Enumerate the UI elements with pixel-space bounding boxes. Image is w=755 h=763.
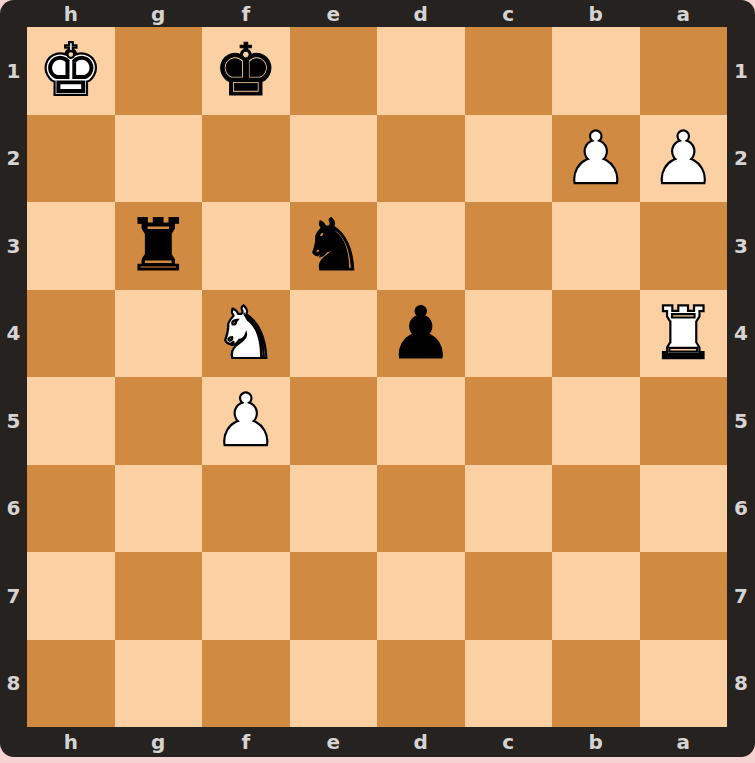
rank-label-right-4: 4 — [727, 290, 755, 378]
board-frame-corner — [727, 0, 755, 27]
square-a7[interactable] — [640, 552, 728, 640]
square-f6[interactable] — [202, 465, 290, 553]
square-d7[interactable] — [377, 552, 465, 640]
square-c7[interactable] — [465, 552, 553, 640]
square-h6[interactable] — [27, 465, 115, 553]
square-b6[interactable] — [552, 465, 640, 553]
square-g3[interactable]: ♜ — [115, 202, 203, 290]
square-f2[interactable] — [202, 115, 290, 203]
white-king-h1[interactable]: ♚ — [38, 27, 103, 114]
file-label-top-a: a — [640, 0, 728, 27]
square-e2[interactable] — [290, 115, 378, 203]
file-label-top-f: f — [202, 0, 290, 27]
rank-label-right-3: 3 — [727, 202, 755, 290]
rank-label-right-1: 1 — [727, 27, 755, 115]
file-label-top-e: e — [290, 0, 378, 27]
black-knight-e3[interactable]: ♞ — [301, 202, 366, 289]
square-d5[interactable] — [377, 377, 465, 465]
file-label-bottom-h: h — [27, 727, 115, 757]
square-e3[interactable]: ♞ — [290, 202, 378, 290]
rank-label-left-8: 8 — [0, 640, 27, 728]
white-knight-f4[interactable]: ♞ — [213, 290, 278, 377]
rank-label-right-8: 8 — [727, 640, 755, 728]
square-h5[interactable] — [27, 377, 115, 465]
square-e4[interactable] — [290, 290, 378, 378]
rank-label-left-3: 3 — [0, 202, 27, 290]
square-a2[interactable]: ♟ — [640, 115, 728, 203]
square-c8[interactable] — [465, 640, 553, 728]
board-frame-corner — [727, 727, 755, 757]
square-e6[interactable] — [290, 465, 378, 553]
square-h4[interactable] — [27, 290, 115, 378]
square-b8[interactable] — [552, 640, 640, 728]
square-b7[interactable] — [552, 552, 640, 640]
square-a8[interactable] — [640, 640, 728, 728]
file-label-bottom-f: f — [202, 727, 290, 757]
white-pawn-f5[interactable]: ♟ — [213, 377, 278, 464]
square-e8[interactable] — [290, 640, 378, 728]
square-b4[interactable] — [552, 290, 640, 378]
board-frame-corner — [0, 727, 27, 757]
square-g4[interactable] — [115, 290, 203, 378]
square-a1[interactable] — [640, 27, 728, 115]
square-f1[interactable]: ♚ — [202, 27, 290, 115]
square-g1[interactable] — [115, 27, 203, 115]
file-label-bottom-e: e — [290, 727, 378, 757]
black-rook-g3[interactable]: ♜ — [126, 202, 191, 289]
square-h8[interactable] — [27, 640, 115, 728]
square-d3[interactable] — [377, 202, 465, 290]
square-g2[interactable] — [115, 115, 203, 203]
square-h1[interactable]: ♚ — [27, 27, 115, 115]
square-g8[interactable] — [115, 640, 203, 728]
file-label-bottom-g: g — [115, 727, 203, 757]
file-label-top-g: g — [115, 0, 203, 27]
file-label-top-c: c — [465, 0, 553, 27]
square-a5[interactable] — [640, 377, 728, 465]
rank-label-right-2: 2 — [727, 115, 755, 203]
rank-label-left-1: 1 — [0, 27, 27, 115]
square-a6[interactable] — [640, 465, 728, 553]
square-c1[interactable] — [465, 27, 553, 115]
square-b5[interactable] — [552, 377, 640, 465]
square-h2[interactable] — [27, 115, 115, 203]
file-label-top-b: b — [552, 0, 640, 27]
square-c4[interactable] — [465, 290, 553, 378]
rank-label-left-7: 7 — [0, 552, 27, 640]
square-g5[interactable] — [115, 377, 203, 465]
rank-label-left-6: 6 — [0, 465, 27, 553]
rank-label-left-4: 4 — [0, 290, 27, 378]
square-g6[interactable] — [115, 465, 203, 553]
square-e5[interactable] — [290, 377, 378, 465]
square-e7[interactable] — [290, 552, 378, 640]
file-label-bottom-d: d — [377, 727, 465, 757]
square-d6[interactable] — [377, 465, 465, 553]
file-label-bottom-b: b — [552, 727, 640, 757]
square-b1[interactable] — [552, 27, 640, 115]
rank-label-right-7: 7 — [727, 552, 755, 640]
square-b2[interactable]: ♟ — [552, 115, 640, 203]
rank-label-left-5: 5 — [0, 377, 27, 465]
square-c3[interactable] — [465, 202, 553, 290]
file-label-bottom-a: a — [640, 727, 728, 757]
board-frame-corner — [0, 0, 27, 27]
square-h3[interactable] — [27, 202, 115, 290]
file-label-bottom-c: c — [465, 727, 553, 757]
rank-label-right-6: 6 — [727, 465, 755, 553]
file-label-top-d: d — [377, 0, 465, 27]
square-d4[interactable]: ♟ — [377, 290, 465, 378]
square-f8[interactable] — [202, 640, 290, 728]
square-d2[interactable] — [377, 115, 465, 203]
square-c6[interactable] — [465, 465, 553, 553]
square-h7[interactable] — [27, 552, 115, 640]
white-pawn-b2[interactable]: ♟ — [563, 115, 628, 202]
black-king-f1[interactable]: ♚ — [213, 27, 278, 114]
square-f5[interactable]: ♟ — [202, 377, 290, 465]
square-d1[interactable] — [377, 27, 465, 115]
rank-label-right-5: 5 — [727, 377, 755, 465]
square-a3[interactable] — [640, 202, 728, 290]
rank-label-left-2: 2 — [0, 115, 27, 203]
square-f4[interactable]: ♞ — [202, 290, 290, 378]
square-g7[interactable] — [115, 552, 203, 640]
file-label-top-h: h — [27, 0, 115, 27]
square-b3[interactable] — [552, 202, 640, 290]
square-f3[interactable] — [202, 202, 290, 290]
square-c5[interactable] — [465, 377, 553, 465]
white-rook-a4[interactable]: ♜ — [651, 290, 716, 377]
square-a4[interactable]: ♜ — [640, 290, 728, 378]
square-f7[interactable] — [202, 552, 290, 640]
square-c2[interactable] — [465, 115, 553, 203]
square-e1[interactable] — [290, 27, 378, 115]
chess-board: hgfedcba1♚♚12♟♟23♜♞34♞♟♜45♟5667788hgfedc… — [0, 0, 755, 757]
black-pawn-d4[interactable]: ♟ — [388, 290, 453, 377]
square-d8[interactable] — [377, 640, 465, 728]
white-pawn-a2[interactable]: ♟ — [651, 115, 716, 202]
